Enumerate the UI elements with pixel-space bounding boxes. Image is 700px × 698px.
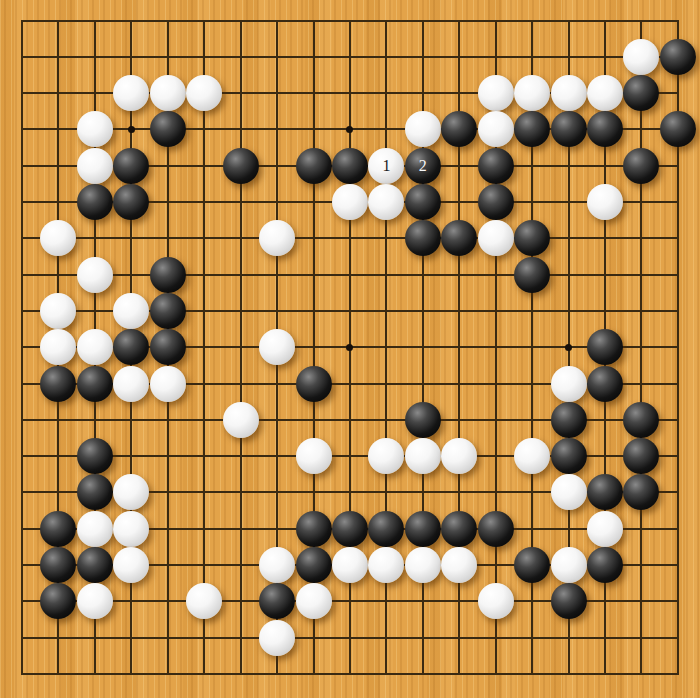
stone-black[interactable] [405, 511, 441, 547]
stone-white[interactable] [77, 111, 113, 147]
stone-white[interactable] [40, 220, 76, 256]
stone-white[interactable] [113, 293, 149, 329]
star-point [346, 126, 353, 133]
stone-black[interactable] [332, 511, 368, 547]
stone-black[interactable] [40, 547, 76, 583]
stone-black[interactable] [77, 547, 113, 583]
stone-black[interactable] [551, 438, 587, 474]
stone-black[interactable] [660, 39, 696, 75]
stone-white[interactable] [623, 39, 659, 75]
stone-white[interactable] [551, 547, 587, 583]
stone-black[interactable] [40, 583, 76, 619]
star-point [128, 126, 135, 133]
stone-black[interactable] [441, 111, 477, 147]
stone-white[interactable] [113, 75, 149, 111]
stone-white[interactable] [478, 220, 514, 256]
stone-white[interactable] [259, 329, 295, 365]
stone-white[interactable] [113, 511, 149, 547]
star-point [565, 344, 572, 351]
move-number-label: 2 [419, 158, 427, 174]
stone-black[interactable] [77, 184, 113, 220]
stone-black[interactable] [296, 148, 332, 184]
stone-black[interactable] [660, 111, 696, 147]
stone-white[interactable] [259, 220, 295, 256]
stone-black[interactable] [332, 148, 368, 184]
stone-black[interactable] [441, 220, 477, 256]
stone-white[interactable] [514, 438, 550, 474]
stone-white[interactable] [259, 547, 295, 583]
stone-black[interactable] [478, 511, 514, 547]
stone-black[interactable] [478, 148, 514, 184]
stone-black[interactable] [551, 402, 587, 438]
stone-white[interactable] [150, 366, 186, 402]
stone-white[interactable] [77, 583, 113, 619]
stone-black[interactable] [77, 438, 113, 474]
stone-white[interactable] [405, 547, 441, 583]
stone-white[interactable] [113, 366, 149, 402]
stone-black[interactable] [368, 511, 404, 547]
stone-white[interactable] [113, 474, 149, 510]
stone-white[interactable] [40, 293, 76, 329]
stone-white[interactable] [332, 547, 368, 583]
stone-black[interactable] [113, 329, 149, 365]
stone-black[interactable] [405, 220, 441, 256]
stone-white[interactable] [441, 547, 477, 583]
star-point [346, 344, 353, 351]
stone-white[interactable] [77, 511, 113, 547]
stone-white[interactable] [77, 148, 113, 184]
stone-black[interactable] [623, 402, 659, 438]
stone-black[interactable] [296, 511, 332, 547]
stone-black[interactable] [77, 474, 113, 510]
go-board[interactable]: 12 [0, 0, 700, 698]
stone-black[interactable] [296, 366, 332, 402]
stone-white[interactable] [296, 583, 332, 619]
stone-black[interactable] [441, 511, 477, 547]
stone-black[interactable] [551, 111, 587, 147]
stone-black[interactable] [113, 148, 149, 184]
stone-white[interactable] [551, 366, 587, 402]
stone-black[interactable] [405, 184, 441, 220]
stone-white[interactable] [259, 620, 295, 656]
stone-white[interactable] [551, 474, 587, 510]
stone-black[interactable] [587, 366, 623, 402]
stone-black[interactable] [40, 366, 76, 402]
stone-white[interactable] [441, 438, 477, 474]
stone-black[interactable] [259, 583, 295, 619]
stone-black[interactable] [150, 111, 186, 147]
grid-line-horizontal [21, 673, 679, 675]
stone-black[interactable] [150, 293, 186, 329]
stone-black[interactable] [150, 329, 186, 365]
stone-black[interactable]: 2 [405, 148, 441, 184]
stone-black[interactable] [478, 184, 514, 220]
stone-white[interactable] [587, 75, 623, 111]
stone-white[interactable] [223, 402, 259, 438]
stone-white[interactable] [478, 75, 514, 111]
stone-black[interactable] [514, 257, 550, 293]
stone-white[interactable] [332, 184, 368, 220]
stone-white[interactable] [551, 75, 587, 111]
stone-white[interactable] [587, 511, 623, 547]
move-number-label: 1 [382, 158, 390, 174]
stone-white[interactable] [405, 111, 441, 147]
stone-white[interactable] [113, 547, 149, 583]
stone-white[interactable] [405, 438, 441, 474]
stone-black[interactable] [551, 583, 587, 619]
grid-line-horizontal [21, 637, 679, 639]
stone-black[interactable] [296, 547, 332, 583]
stone-black[interactable] [587, 547, 623, 583]
stone-white[interactable] [514, 75, 550, 111]
stone-black[interactable] [623, 474, 659, 510]
stone-black[interactable] [587, 329, 623, 365]
stone-black[interactable] [514, 111, 550, 147]
stone-white[interactable] [478, 111, 514, 147]
stone-white[interactable] [186, 75, 222, 111]
stone-white[interactable] [186, 583, 222, 619]
stone-black[interactable] [623, 438, 659, 474]
stone-black[interactable] [587, 111, 623, 147]
stone-black[interactable] [223, 148, 259, 184]
stone-black[interactable] [405, 402, 441, 438]
stone-white[interactable] [296, 438, 332, 474]
stone-white[interactable] [77, 329, 113, 365]
stone-black[interactable] [113, 184, 149, 220]
stone-black[interactable] [150, 257, 186, 293]
stone-black[interactable] [40, 511, 76, 547]
stone-white[interactable] [587, 184, 623, 220]
stone-white[interactable] [368, 438, 404, 474]
stone-white[interactable] [40, 329, 76, 365]
stone-white[interactable] [478, 583, 514, 619]
stone-black[interactable] [514, 547, 550, 583]
stone-white[interactable] [77, 257, 113, 293]
stone-black[interactable] [77, 366, 113, 402]
stone-black[interactable] [514, 220, 550, 256]
grid-line-vertical [640, 20, 642, 675]
stone-black[interactable] [623, 75, 659, 111]
stone-white[interactable] [368, 547, 404, 583]
stone-white[interactable] [150, 75, 186, 111]
stone-black[interactable] [587, 474, 623, 510]
stone-white[interactable] [368, 184, 404, 220]
stone-white[interactable]: 1 [368, 148, 404, 184]
stone-black[interactable] [623, 148, 659, 184]
